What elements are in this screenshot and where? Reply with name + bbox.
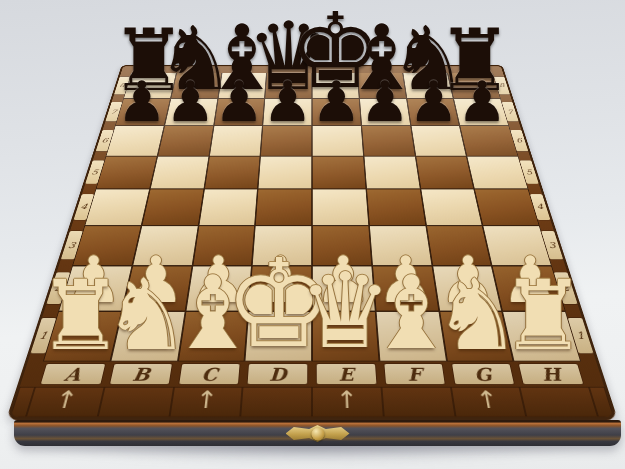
- piece-black-pawn-h7[interactable]: ♟: [457, 76, 507, 128]
- piece-black-pawn-c7[interactable]: ♟: [214, 76, 264, 128]
- pieces-layer: ♜♞♝♛♚♝♞♜♟♟♟♟♟♟♟♟♟♟♟♟♟♟♟♟♜♞♝♚♛♝♞♜: [0, 0, 625, 469]
- piece-black-pawn-f7[interactable]: ♟: [360, 76, 410, 128]
- piece-black-pawn-d7[interactable]: ♟: [263, 76, 313, 128]
- piece-white-rook-h1[interactable]: ♜: [500, 272, 586, 360]
- piece-black-pawn-b7[interactable]: ♟: [165, 76, 215, 128]
- piece-black-pawn-a7[interactable]: ♟: [117, 76, 167, 128]
- piece-black-pawn-g7[interactable]: ♟: [408, 76, 458, 128]
- piece-black-pawn-e7[interactable]: ♟: [311, 76, 361, 128]
- photo-background: 8877665544332211ABCDEFGH↑↑↑↑ ♜♞♝♛♚♝♞♜♟♟♟…: [0, 0, 625, 469]
